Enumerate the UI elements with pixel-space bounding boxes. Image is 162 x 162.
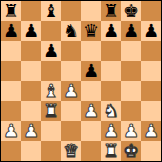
square-e4[interactable]	[81, 81, 101, 101]
square-h7[interactable]: ♟	[141, 21, 161, 41]
square-e3[interactable]: ♟	[81, 101, 101, 121]
white-pawn-icon: ♟	[103, 121, 119, 141]
square-c2[interactable]	[41, 121, 61, 141]
white-pawn-icon: ♟	[23, 121, 39, 141]
square-g7[interactable]: ♟	[121, 21, 141, 41]
black-queen-icon: ♛	[83, 21, 99, 41]
square-c5[interactable]	[41, 61, 61, 81]
black-pawn-icon: ♟	[143, 21, 159, 41]
square-f7[interactable]: ♟	[101, 21, 121, 41]
square-c8[interactable]: ♝	[41, 1, 61, 21]
white-rook-icon: ♜	[103, 141, 119, 161]
square-g2[interactable]: ♟	[121, 121, 141, 141]
square-h6[interactable]	[141, 41, 161, 61]
square-b1[interactable]	[21, 141, 41, 161]
square-d4[interactable]: ♟	[61, 81, 81, 101]
square-g5[interactable]	[121, 61, 141, 81]
square-d7[interactable]: ♞	[61, 21, 81, 41]
square-h8[interactable]	[141, 1, 161, 21]
square-c7[interactable]	[41, 21, 61, 41]
square-h3[interactable]	[141, 101, 161, 121]
square-d2[interactable]	[61, 121, 81, 141]
square-a8[interactable]: ♜	[1, 1, 21, 21]
white-pawn-icon: ♟	[143, 121, 159, 141]
square-d5[interactable]	[61, 61, 81, 81]
square-f6[interactable]	[101, 41, 121, 61]
square-h2[interactable]: ♟	[141, 121, 161, 141]
square-g8[interactable]: ♚	[121, 1, 141, 21]
square-d3[interactable]	[61, 101, 81, 121]
black-knight-icon: ♞	[63, 21, 79, 41]
white-pawn-icon: ♟	[3, 121, 19, 141]
square-a7[interactable]: ♟	[1, 21, 21, 41]
square-b4[interactable]	[21, 81, 41, 101]
square-g6[interactable]	[121, 41, 141, 61]
white-bishop-icon: ♝	[43, 81, 59, 101]
square-b6[interactable]	[21, 41, 41, 61]
square-e5[interactable]: ♟	[81, 61, 101, 81]
square-h4[interactable]	[141, 81, 161, 101]
square-f5[interactable]	[101, 61, 121, 81]
square-f1[interactable]: ♜	[101, 141, 121, 161]
square-b3[interactable]	[21, 101, 41, 121]
black-pawn-icon: ♟	[123, 21, 139, 41]
square-g3[interactable]	[121, 101, 141, 121]
square-e7[interactable]: ♛	[81, 21, 101, 41]
black-pawn-icon: ♟	[3, 21, 19, 41]
black-pawn-icon: ♟	[23, 21, 39, 41]
square-h5[interactable]	[141, 61, 161, 81]
black-bishop-icon: ♝	[43, 1, 59, 21]
square-a4[interactable]	[1, 81, 21, 101]
chess-board: ♜♝♜♚♟♟♞♛♟♟♟♟♟♝♟♜♟♞♟♟♟♟♟♛♜♚	[0, 0, 162, 162]
square-e8[interactable]	[81, 1, 101, 21]
black-pawn-icon: ♟	[103, 21, 119, 41]
square-h1[interactable]	[141, 141, 161, 161]
square-a1[interactable]	[1, 141, 21, 161]
square-c3[interactable]: ♜	[41, 101, 61, 121]
square-e2[interactable]	[81, 121, 101, 141]
square-f8[interactable]: ♜	[101, 1, 121, 21]
square-d6[interactable]	[61, 41, 81, 61]
square-b2[interactable]: ♟	[21, 121, 41, 141]
square-b5[interactable]	[21, 61, 41, 81]
square-d1[interactable]: ♛	[61, 141, 81, 161]
black-rook-icon: ♜	[3, 1, 19, 21]
square-g4[interactable]	[121, 81, 141, 101]
white-pawn-icon: ♟	[83, 101, 99, 121]
square-a2[interactable]: ♟	[1, 121, 21, 141]
black-rook-icon: ♜	[103, 1, 119, 21]
white-rook-icon: ♜	[43, 101, 59, 121]
white-king-icon: ♚	[123, 141, 139, 161]
square-g1[interactable]: ♚	[121, 141, 141, 161]
black-pawn-icon: ♟	[43, 41, 59, 61]
white-queen-icon: ♛	[63, 141, 79, 161]
square-d8[interactable]	[61, 1, 81, 21]
square-f2[interactable]: ♟	[101, 121, 121, 141]
square-a6[interactable]	[1, 41, 21, 61]
square-e6[interactable]	[81, 41, 101, 61]
black-king-icon: ♚	[123, 1, 139, 21]
square-e1[interactable]	[81, 141, 101, 161]
square-a5[interactable]	[1, 61, 21, 81]
square-c6[interactable]: ♟	[41, 41, 61, 61]
square-a3[interactable]	[1, 101, 21, 121]
white-knight-icon: ♞	[103, 101, 119, 121]
black-pawn-icon: ♟	[83, 61, 99, 81]
square-c1[interactable]	[41, 141, 61, 161]
square-f4[interactable]	[101, 81, 121, 101]
square-b8[interactable]	[21, 1, 41, 21]
white-pawn-icon: ♟	[63, 81, 79, 101]
square-c4[interactable]: ♝	[41, 81, 61, 101]
square-b7[interactable]: ♟	[21, 21, 41, 41]
square-f3[interactable]: ♞	[101, 101, 121, 121]
white-pawn-icon: ♟	[123, 121, 139, 141]
